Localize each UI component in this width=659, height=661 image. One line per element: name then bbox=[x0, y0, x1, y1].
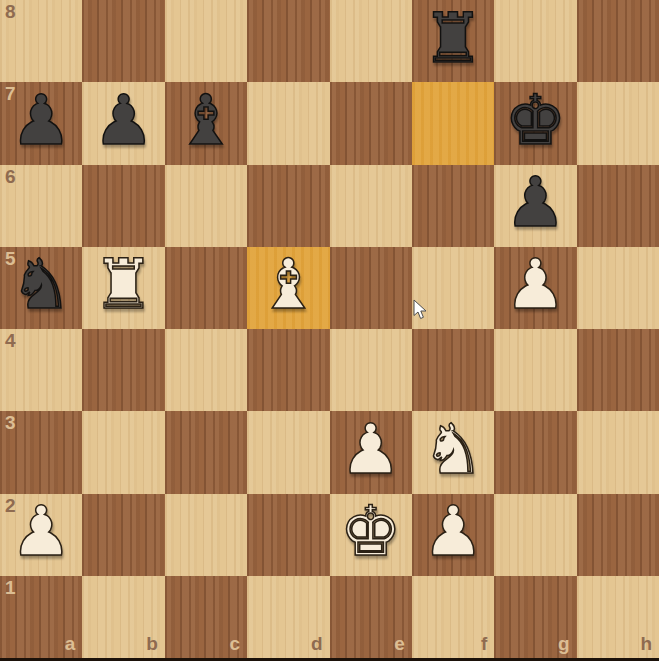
square-g2[interactable] bbox=[494, 494, 576, 576]
square-d6[interactable] bbox=[247, 165, 329, 247]
square-e1[interactable]: e bbox=[330, 576, 412, 658]
square-f4[interactable] bbox=[412, 329, 494, 411]
square-e7[interactable] bbox=[330, 82, 412, 164]
square-g5[interactable]: ♟ bbox=[494, 247, 576, 329]
square-f5[interactable] bbox=[412, 247, 494, 329]
square-h7[interactable] bbox=[577, 82, 659, 164]
square-g1[interactable]: g bbox=[494, 576, 576, 658]
square-c7[interactable]: ♝ bbox=[165, 82, 247, 164]
square-f1[interactable]: f bbox=[412, 576, 494, 658]
square-b6[interactable] bbox=[82, 165, 164, 247]
square-e4[interactable] bbox=[330, 329, 412, 411]
square-a8[interactable]: 8 bbox=[0, 0, 82, 82]
square-b8[interactable] bbox=[82, 0, 164, 82]
white-bishop-d5[interactable]: ♝ bbox=[257, 250, 319, 319]
square-c3[interactable] bbox=[165, 411, 247, 493]
square-e3[interactable]: ♟ bbox=[330, 411, 412, 493]
square-f2[interactable]: ♟ bbox=[412, 494, 494, 576]
square-c4[interactable] bbox=[165, 329, 247, 411]
square-f3[interactable]: ♞ bbox=[412, 411, 494, 493]
file-label-f: f bbox=[481, 633, 487, 655]
square-g3[interactable] bbox=[494, 411, 576, 493]
square-h6[interactable] bbox=[577, 165, 659, 247]
white-pawn-f2[interactable]: ♟ bbox=[422, 497, 484, 566]
square-b2[interactable] bbox=[82, 494, 164, 576]
square-h8[interactable] bbox=[577, 0, 659, 82]
square-d5[interactable]: ♝ bbox=[247, 247, 329, 329]
file-label-c: c bbox=[230, 633, 241, 655]
square-c2[interactable] bbox=[165, 494, 247, 576]
square-c1[interactable]: c bbox=[165, 576, 247, 658]
square-g4[interactable] bbox=[494, 329, 576, 411]
black-rook-f8[interactable]: ♜ bbox=[422, 4, 484, 73]
white-pawn-e3[interactable]: ♟ bbox=[340, 415, 402, 484]
square-h2[interactable] bbox=[577, 494, 659, 576]
square-a1[interactable]: 1a bbox=[0, 576, 82, 658]
square-h4[interactable] bbox=[577, 329, 659, 411]
square-d8[interactable] bbox=[247, 0, 329, 82]
rank-label-6: 6 bbox=[5, 166, 16, 188]
square-g7[interactable]: ♚ bbox=[494, 82, 576, 164]
square-d1[interactable]: d bbox=[247, 576, 329, 658]
square-a4[interactable]: 4 bbox=[0, 329, 82, 411]
square-d2[interactable] bbox=[247, 494, 329, 576]
square-f7[interactable] bbox=[412, 82, 494, 164]
square-c8[interactable] bbox=[165, 0, 247, 82]
white-pawn-a2[interactable]: ♟ bbox=[10, 497, 72, 566]
file-label-e: e bbox=[394, 633, 405, 655]
chess-board: 8♜7♟♟♝♚6♟5♞♜♝♟43♟♞2♟♚♟1abcdefgh bbox=[0, 0, 659, 658]
black-pawn-b7[interactable]: ♟ bbox=[93, 86, 155, 155]
square-b7[interactable]: ♟ bbox=[82, 82, 164, 164]
square-e5[interactable] bbox=[330, 247, 412, 329]
file-label-g: g bbox=[558, 633, 570, 655]
square-b1[interactable]: b bbox=[82, 576, 164, 658]
rank-label-8: 8 bbox=[5, 1, 16, 23]
white-knight-f3[interactable]: ♞ bbox=[422, 415, 484, 484]
square-a2[interactable]: 2♟ bbox=[0, 494, 82, 576]
square-a5[interactable]: 5♞ bbox=[0, 247, 82, 329]
square-b4[interactable] bbox=[82, 329, 164, 411]
square-g8[interactable] bbox=[494, 0, 576, 82]
square-a7[interactable]: 7♟ bbox=[0, 82, 82, 164]
chess-app-window: 8♜7♟♟♝♚6♟5♞♜♝♟43♟♞2♟♚♟1abcdefgh bbox=[0, 0, 659, 661]
square-a6[interactable]: 6 bbox=[0, 165, 82, 247]
square-c5[interactable] bbox=[165, 247, 247, 329]
square-c6[interactable] bbox=[165, 165, 247, 247]
square-d7[interactable] bbox=[247, 82, 329, 164]
black-pawn-g6[interactable]: ♟ bbox=[505, 168, 567, 237]
rank-label-1: 1 bbox=[5, 577, 16, 599]
square-a3[interactable]: 3 bbox=[0, 411, 82, 493]
square-h5[interactable] bbox=[577, 247, 659, 329]
square-e2[interactable]: ♚ bbox=[330, 494, 412, 576]
square-f6[interactable] bbox=[412, 165, 494, 247]
square-b5[interactable]: ♜ bbox=[82, 247, 164, 329]
white-king-e2[interactable]: ♚ bbox=[340, 497, 402, 566]
black-pawn-a7[interactable]: ♟ bbox=[10, 86, 72, 155]
file-label-d: d bbox=[311, 633, 323, 655]
white-rook-b5[interactable]: ♜ bbox=[93, 250, 155, 319]
square-e6[interactable] bbox=[330, 165, 412, 247]
white-pawn-g5[interactable]: ♟ bbox=[505, 250, 567, 319]
black-bishop-c7[interactable]: ♝ bbox=[175, 86, 237, 155]
square-e8[interactable] bbox=[330, 0, 412, 82]
file-label-h: h bbox=[640, 633, 652, 655]
file-label-a: a bbox=[65, 633, 76, 655]
rank-label-4: 4 bbox=[5, 330, 16, 352]
black-knight-a5[interactable]: ♞ bbox=[10, 250, 72, 319]
square-h1[interactable]: h bbox=[577, 576, 659, 658]
square-h3[interactable] bbox=[577, 411, 659, 493]
black-king-g7[interactable]: ♚ bbox=[505, 86, 567, 155]
square-b3[interactable] bbox=[82, 411, 164, 493]
square-g6[interactable]: ♟ bbox=[494, 165, 576, 247]
file-label-b: b bbox=[146, 633, 158, 655]
square-f8[interactable]: ♜ bbox=[412, 0, 494, 82]
square-d4[interactable] bbox=[247, 329, 329, 411]
rank-label-3: 3 bbox=[5, 412, 16, 434]
square-d3[interactable] bbox=[247, 411, 329, 493]
